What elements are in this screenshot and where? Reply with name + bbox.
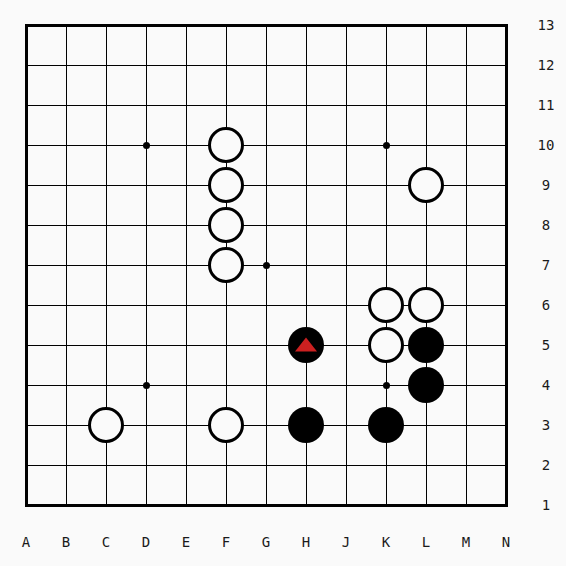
intersection-E13[interactable] [166, 5, 206, 45]
intersection-D9[interactable] [126, 165, 166, 205]
intersection-M5[interactable] [446, 325, 486, 365]
intersection-L8[interactable] [406, 205, 446, 245]
intersection-H3[interactable] [286, 405, 326, 445]
intersection-H11[interactable] [286, 85, 326, 125]
intersection-J13[interactable] [326, 5, 366, 45]
row-label-1: 1 [526, 485, 566, 525]
intersection-K4[interactable] [366, 365, 406, 405]
intersection-B9[interactable] [46, 165, 86, 205]
intersection-H13[interactable] [286, 5, 326, 45]
intersection-N1[interactable] [486, 485, 526, 525]
intersection-G8[interactable] [246, 205, 286, 245]
intersection-D8[interactable] [126, 205, 166, 245]
intersection-D1[interactable] [126, 485, 166, 525]
intersection-N7[interactable] [486, 245, 526, 285]
intersection-L9[interactable] [406, 165, 446, 205]
intersection-J5[interactable] [326, 325, 366, 365]
intersection-B13[interactable] [46, 5, 86, 45]
intersection-G13[interactable] [246, 5, 286, 45]
star-point-D10 [143, 142, 150, 149]
intersection-F6[interactable] [206, 285, 246, 325]
intersection-B11[interactable] [46, 85, 86, 125]
intersection-K12[interactable] [366, 45, 406, 85]
intersection-F12[interactable] [206, 45, 246, 85]
black-stone-L5 [408, 327, 444, 363]
intersection-L5[interactable] [406, 325, 446, 365]
white-stone-L9 [408, 167, 444, 203]
intersection-H9[interactable] [286, 165, 326, 205]
intersection-G11[interactable] [246, 85, 286, 125]
intersection-F7[interactable] [206, 245, 246, 285]
intersection-M12[interactable] [446, 45, 486, 85]
intersection-C8[interactable] [86, 205, 126, 245]
intersection-H10[interactable] [286, 125, 326, 165]
intersection-H2[interactable] [286, 445, 326, 485]
white-stone-F10 [208, 127, 244, 163]
go-board [6, 5, 526, 525]
row-label-13: 13 [526, 5, 566, 45]
row-label-3: 3 [526, 405, 566, 445]
intersection-C3[interactable] [86, 405, 126, 445]
intersection-C11[interactable] [86, 85, 126, 125]
intersection-A7[interactable] [6, 245, 46, 285]
intersection-K2[interactable] [366, 445, 406, 485]
intersection-N12[interactable] [486, 45, 526, 85]
row-label-11: 11 [526, 85, 566, 125]
intersection-D5[interactable] [126, 325, 166, 365]
intersection-K6[interactable] [366, 285, 406, 325]
intersection-A2[interactable] [6, 445, 46, 485]
white-stone-K6 [368, 287, 404, 323]
row-label-9: 9 [526, 165, 566, 205]
intersection-B5[interactable] [46, 325, 86, 365]
white-stone-F7 [208, 247, 244, 283]
intersection-N8[interactable] [486, 205, 526, 245]
black-stone-H3 [288, 407, 324, 443]
intersection-M4[interactable] [446, 365, 486, 405]
intersection-C5[interactable] [86, 325, 126, 365]
intersection-J4[interactable] [326, 365, 366, 405]
intersection-G10[interactable] [246, 125, 286, 165]
intersection-E11[interactable] [166, 85, 206, 125]
intersection-A12[interactable] [6, 45, 46, 85]
intersection-B6[interactable] [46, 285, 86, 325]
intersection-J7[interactable] [326, 245, 366, 285]
intersection-H4[interactable] [286, 365, 326, 405]
intersection-M10[interactable] [446, 125, 486, 165]
intersection-F2[interactable] [206, 445, 246, 485]
column-label-D: D [126, 522, 166, 562]
intersection-L6[interactable] [406, 285, 446, 325]
intersection-M8[interactable] [446, 205, 486, 245]
intersection-N6[interactable] [486, 285, 526, 325]
star-point-D4 [143, 382, 150, 389]
intersection-E2[interactable] [166, 445, 206, 485]
intersection-K7[interactable] [366, 245, 406, 285]
intersection-M2[interactable] [446, 445, 486, 485]
intersection-N9[interactable] [486, 165, 526, 205]
row-label-4: 4 [526, 365, 566, 405]
go-diagram: ABCDEFGHJKLMN 13121110987654321 [0, 0, 566, 566]
star-point-K10 [383, 142, 390, 149]
white-stone-L6 [408, 287, 444, 323]
intersection-E10[interactable] [166, 125, 206, 165]
black-stone-K3 [368, 407, 404, 443]
intersection-H12[interactable] [286, 45, 326, 85]
black-stone-H5 [288, 327, 324, 363]
intersection-G7[interactable] [246, 245, 286, 285]
intersection-F8[interactable] [206, 205, 246, 245]
intersection-L10[interactable] [406, 125, 446, 165]
intersection-J9[interactable] [326, 165, 366, 205]
intersection-E6[interactable] [166, 285, 206, 325]
intersection-D10[interactable] [126, 125, 166, 165]
row-label-12: 12 [526, 45, 566, 85]
intersection-M1[interactable] [446, 485, 486, 525]
intersection-D3[interactable] [126, 405, 166, 445]
intersection-N5[interactable] [486, 325, 526, 365]
intersection-D7[interactable] [126, 245, 166, 285]
row-labels: 13121110987654321 [526, 5, 566, 525]
intersection-F9[interactable] [206, 165, 246, 205]
column-label-K: K [366, 522, 406, 562]
intersection-K10[interactable] [366, 125, 406, 165]
intersection-L3[interactable] [406, 405, 446, 445]
intersection-A5[interactable] [6, 325, 46, 365]
intersection-B3[interactable] [46, 405, 86, 445]
intersection-G6[interactable] [246, 285, 286, 325]
intersection-G2[interactable] [246, 445, 286, 485]
intersection-D13[interactable] [126, 5, 166, 45]
intersection-M6[interactable] [446, 285, 486, 325]
intersection-K1[interactable] [366, 485, 406, 525]
intersection-E4[interactable] [166, 365, 206, 405]
intersection-A9[interactable] [6, 165, 46, 205]
intersection-L7[interactable] [406, 245, 446, 285]
intersection-K13[interactable] [366, 5, 406, 45]
star-point-K4 [383, 382, 390, 389]
column-label-A: A [6, 522, 46, 562]
intersection-B2[interactable] [46, 445, 86, 485]
intersection-E9[interactable] [166, 165, 206, 205]
intersection-F5[interactable] [206, 325, 246, 365]
intersection-C1[interactable] [86, 485, 126, 525]
row-label-7: 7 [526, 245, 566, 285]
row-label-5: 5 [526, 325, 566, 365]
intersection-H8[interactable] [286, 205, 326, 245]
intersection-B12[interactable] [46, 45, 86, 85]
intersection-K9[interactable] [366, 165, 406, 205]
intersection-K3[interactable] [366, 405, 406, 445]
intersection-H6[interactable] [286, 285, 326, 325]
intersection-D12[interactable] [126, 45, 166, 85]
intersection-J8[interactable] [326, 205, 366, 245]
intersection-K5[interactable] [366, 325, 406, 365]
white-stone-F9 [208, 167, 244, 203]
row-label-8: 8 [526, 205, 566, 245]
intersection-J12[interactable] [326, 45, 366, 85]
intersection-D4[interactable] [126, 365, 166, 405]
intersection-C4[interactable] [86, 365, 126, 405]
intersection-N10[interactable] [486, 125, 526, 165]
intersection-L11[interactable] [406, 85, 446, 125]
intersection-C2[interactable] [86, 445, 126, 485]
intersection-M3[interactable] [446, 405, 486, 445]
intersection-E8[interactable] [166, 205, 206, 245]
intersection-C9[interactable] [86, 165, 126, 205]
star-point-G7 [263, 262, 270, 269]
intersection-B1[interactable] [46, 485, 86, 525]
white-stone-C3 [88, 407, 124, 443]
intersection-N4[interactable] [486, 365, 526, 405]
intersection-E1[interactable] [166, 485, 206, 525]
intersection-M11[interactable] [446, 85, 486, 125]
black-stone-L4 [408, 367, 444, 403]
intersection-L1[interactable] [406, 485, 446, 525]
intersection-A13[interactable] [6, 5, 46, 45]
intersection-N3[interactable] [486, 405, 526, 445]
column-label-C: C [86, 522, 126, 562]
column-label-E: E [166, 522, 206, 562]
intersection-J6[interactable] [326, 285, 366, 325]
row-label-6: 6 [526, 285, 566, 325]
intersection-E12[interactable] [166, 45, 206, 85]
intersection-E5[interactable] [166, 325, 206, 365]
intersection-G3[interactable] [246, 405, 286, 445]
intersection-J2[interactable] [326, 445, 366, 485]
column-label-F: F [206, 522, 246, 562]
intersection-E7[interactable] [166, 245, 206, 285]
intersection-F4[interactable] [206, 365, 246, 405]
column-label-M: M [446, 522, 486, 562]
intersection-A11[interactable] [6, 85, 46, 125]
row-label-2: 2 [526, 445, 566, 485]
intersection-C12[interactable] [86, 45, 126, 85]
intersection-F3[interactable] [206, 405, 246, 445]
intersection-F1[interactable] [206, 485, 246, 525]
intersection-M7[interactable] [446, 245, 486, 285]
intersection-L12[interactable] [406, 45, 446, 85]
intersection-D2[interactable] [126, 445, 166, 485]
column-label-B: B [46, 522, 86, 562]
intersection-H1[interactable] [286, 485, 326, 525]
intersection-M13[interactable] [446, 5, 486, 45]
intersection-L2[interactable] [406, 445, 446, 485]
intersection-N13[interactable] [486, 5, 526, 45]
intersection-F11[interactable] [206, 85, 246, 125]
intersection-N2[interactable] [486, 445, 526, 485]
intersection-C13[interactable] [86, 5, 126, 45]
white-stone-F3 [208, 407, 244, 443]
column-label-G: G [246, 522, 286, 562]
row-label-10: 10 [526, 125, 566, 165]
intersection-A3[interactable] [6, 405, 46, 445]
intersection-A10[interactable] [6, 125, 46, 165]
intersection-J3[interactable] [326, 405, 366, 445]
column-labels: ABCDEFGHJKLMN [6, 522, 526, 562]
intersection-C10[interactable] [86, 125, 126, 165]
intersection-A6[interactable] [6, 285, 46, 325]
intersection-C7[interactable] [86, 245, 126, 285]
intersection-M9[interactable] [446, 165, 486, 205]
intersection-J11[interactable] [326, 85, 366, 125]
intersection-C6[interactable] [86, 285, 126, 325]
white-stone-F8 [208, 207, 244, 243]
column-label-L: L [406, 522, 446, 562]
intersection-F10[interactable] [206, 125, 246, 165]
intersection-L13[interactable] [406, 5, 446, 45]
intersection-D11[interactable] [126, 85, 166, 125]
white-stone-K5 [368, 327, 404, 363]
intersection-A1[interactable] [6, 485, 46, 525]
intersection-B7[interactable] [46, 245, 86, 285]
intersection-K8[interactable] [366, 205, 406, 245]
intersection-H7[interactable] [286, 245, 326, 285]
intersection-B4[interactable] [46, 365, 86, 405]
intersection-G12[interactable] [246, 45, 286, 85]
triangle-marker [295, 337, 317, 351]
intersection-K11[interactable] [366, 85, 406, 125]
intersection-G1[interactable] [246, 485, 286, 525]
intersection-N11[interactable] [486, 85, 526, 125]
column-label-J: J [326, 522, 366, 562]
column-label-N: N [486, 522, 526, 562]
intersection-F13[interactable] [206, 5, 246, 45]
intersection-G4[interactable] [246, 365, 286, 405]
intersection-D6[interactable] [126, 285, 166, 325]
intersection-G5[interactable] [246, 325, 286, 365]
intersection-E3[interactable] [166, 405, 206, 445]
intersection-B10[interactable] [46, 125, 86, 165]
intersection-J10[interactable] [326, 125, 366, 165]
intersection-A8[interactable] [6, 205, 46, 245]
intersection-B8[interactable] [46, 205, 86, 245]
column-label-H: H [286, 522, 326, 562]
intersection-J1[interactable] [326, 485, 366, 525]
intersection-L4[interactable] [406, 365, 446, 405]
intersection-H5[interactable] [286, 325, 326, 365]
intersection-G9[interactable] [246, 165, 286, 205]
intersection-A4[interactable] [6, 365, 46, 405]
